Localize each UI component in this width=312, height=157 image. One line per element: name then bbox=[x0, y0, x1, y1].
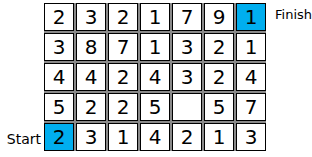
maze-cell-r2c4[interactable]: 1 bbox=[140, 33, 170, 61]
maze-cell-r2c6[interactable]: 2 bbox=[204, 33, 234, 61]
maze-start-cell[interactable]: 2 bbox=[44, 123, 74, 151]
maze-cell-r3c1[interactable]: 4 bbox=[44, 63, 74, 91]
maze-cell-r4c5[interactable] bbox=[172, 93, 202, 121]
maze-cell-r4c1[interactable]: 5 bbox=[44, 93, 74, 121]
maze-cell-r3c4[interactable]: 4 bbox=[140, 63, 170, 91]
maze-cell-r5c5[interactable]: 2 bbox=[172, 123, 202, 151]
maze-cell-r5c4[interactable]: 4 bbox=[140, 123, 170, 151]
number-maze-worksheet: Start 2321791387132144243245225572314213… bbox=[0, 0, 312, 157]
maze-cell-r4c6[interactable]: 5 bbox=[204, 93, 234, 121]
maze-cell-r2c5[interactable]: 3 bbox=[172, 33, 202, 61]
maze-cell-r5c3[interactable]: 1 bbox=[108, 123, 138, 151]
maze-cell-r4c2[interactable]: 2 bbox=[76, 93, 106, 121]
maze-cell-r2c1[interactable]: 3 bbox=[44, 33, 74, 61]
maze-cell-r4c7[interactable]: 7 bbox=[236, 93, 266, 121]
maze-cell-r1c5[interactable]: 7 bbox=[172, 3, 202, 31]
maze-cell-r4c4[interactable]: 5 bbox=[140, 93, 170, 121]
maze-finish-cell[interactable]: 1 bbox=[236, 3, 266, 31]
maze-cell-r1c2[interactable]: 3 bbox=[76, 3, 106, 31]
maze-cell-r1c4[interactable]: 1 bbox=[140, 3, 170, 31]
maze-cell-r3c3[interactable]: 2 bbox=[108, 63, 138, 91]
maze-cell-r3c6[interactable]: 2 bbox=[204, 63, 234, 91]
maze-grid: 2321791387132144243245225572314213 bbox=[44, 3, 266, 151]
maze-cell-r5c6[interactable]: 1 bbox=[204, 123, 234, 151]
start-label: Start bbox=[7, 131, 41, 147]
maze-cell-r1c3[interactable]: 2 bbox=[108, 3, 138, 31]
maze-cell-r3c5[interactable]: 3 bbox=[172, 63, 202, 91]
maze-cell-r1c1[interactable]: 2 bbox=[44, 3, 74, 31]
maze-cell-r1c6[interactable]: 9 bbox=[204, 3, 234, 31]
maze-cell-r2c2[interactable]: 8 bbox=[76, 33, 106, 61]
maze-cell-r2c7[interactable]: 1 bbox=[236, 33, 266, 61]
finish-label: Finish bbox=[275, 7, 312, 22]
maze-cell-r4c3[interactable]: 2 bbox=[108, 93, 138, 121]
maze-cell-r3c2[interactable]: 4 bbox=[76, 63, 106, 91]
maze-cell-r3c7[interactable]: 4 bbox=[236, 63, 266, 91]
maze-cell-r2c3[interactable]: 7 bbox=[108, 33, 138, 61]
maze-cell-r5c7[interactable]: 3 bbox=[236, 123, 266, 151]
maze-cell-r5c2[interactable]: 3 bbox=[76, 123, 106, 151]
